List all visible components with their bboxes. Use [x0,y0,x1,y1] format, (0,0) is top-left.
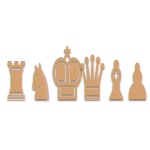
white-pawn-piece: ♟ [128,57,146,107]
chess-set-photo: ♜ ♞ ♚ ♛ ♝ ♟ [0,0,150,150]
white-queen-piece: ♛ [81,47,104,108]
piece-row: ♜ ♞ ♚ ♛ ♝ ♟ [5,38,146,110]
rook-glyph: ♜ [3,55,30,107]
pawn-glyph: ♟ [124,57,150,107]
white-rook-piece: ♜ [5,55,28,107]
white-bishop-piece: ♝ [106,54,127,108]
